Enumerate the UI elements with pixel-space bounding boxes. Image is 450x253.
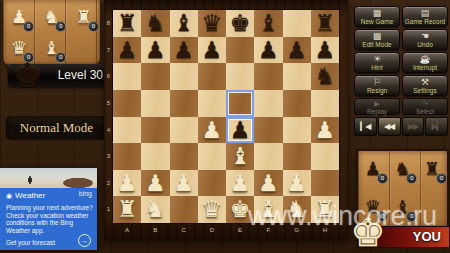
weather-cta-link[interactable]: Get your forecast: [6, 239, 55, 246]
square-e4[interactable]: ♟: [226, 117, 254, 144]
square-a5[interactable]: [113, 90, 141, 117]
button-label: Undo: [403, 41, 447, 49]
settings-button[interactable]: ⚒Settings: [402, 75, 448, 96]
button-label: Settings: [403, 87, 447, 95]
mode-badge: Normal Mode: [6, 116, 107, 139]
square-f4[interactable]: [254, 117, 282, 144]
weather-body-text: Planning your next adventure? Check your…: [6, 204, 97, 234]
step-forward-button[interactable]: ▶▶: [402, 117, 425, 136]
square-c5[interactable]: [170, 90, 198, 117]
weather-photo: [0, 168, 97, 188]
button-label: Game Record: [403, 18, 447, 26]
square-e3[interactable]: ♝: [226, 143, 254, 170]
level-label: Level 30: [58, 68, 103, 82]
piece-black-r: ♜: [113, 10, 141, 36]
capture-count-badge: 0: [23, 21, 34, 32]
button-label: Select: [403, 108, 447, 115]
hint-bulb-icon: ☀: [355, 54, 399, 64]
capture-count-badge: 0: [377, 173, 388, 184]
menu-button-grid: ▦New Game▤Game Record▩Edit Mode☚Undo☀Hin…: [354, 6, 448, 96]
edit-mode-button[interactable]: ▩Edit Mode: [354, 29, 400, 50]
square-c7[interactable]: ♟: [170, 37, 198, 64]
piece-white-p: ♟: [283, 170, 311, 196]
square-a7[interactable]: ♟: [113, 37, 141, 64]
step-back-button[interactable]: ◀◀: [378, 117, 401, 136]
resign-flag-icon: ⚐: [355, 77, 399, 87]
piece-white-p: ♟: [113, 170, 141, 196]
piece-black-n: ♞: [311, 63, 339, 89]
piece-white-n: ♞: [141, 196, 169, 222]
piece-black-r: ♜: [311, 10, 339, 36]
square-d7[interactable]: ♟: [198, 37, 226, 64]
square-b7[interactable]: ♟: [141, 37, 169, 64]
square-g6[interactable]: [283, 63, 311, 90]
square-e6[interactable]: [226, 63, 254, 90]
piece-white-p: ♟: [198, 117, 226, 143]
square-b1[interactable]: ♞: [141, 196, 169, 223]
watermark: www.wincore.ru: [248, 201, 437, 232]
captured-black-pawn: ♟0: [361, 157, 385, 183]
piece-black-k: ♚: [226, 10, 254, 36]
square-d4[interactable]: ♟: [198, 117, 226, 144]
square-g7[interactable]: ♟: [283, 37, 311, 64]
square-a8[interactable]: ♜: [113, 10, 141, 37]
captured-white-pawn: ♟0: [7, 5, 31, 31]
button-label: Hint: [355, 64, 399, 72]
square-e7[interactable]: [226, 37, 254, 64]
square-d5[interactable]: [198, 90, 226, 117]
game-record-button[interactable]: ▤Game Record: [402, 6, 448, 27]
edit-mode-icon: ▩: [355, 31, 399, 41]
square-h7[interactable]: ♟: [311, 37, 339, 64]
square-b3[interactable]: [141, 143, 169, 170]
replay-select-grid: ▶Replay↷Select: [354, 98, 448, 115]
square-b5[interactable]: [141, 90, 169, 117]
undo-hand-icon: ☚: [403, 31, 447, 41]
square-a2[interactable]: ♟: [113, 170, 141, 197]
piece-black-b: ♝: [254, 10, 282, 36]
piece-white-p: ♟: [311, 117, 339, 143]
playback-controls: ▎◀◀◀▶▶▶▎: [354, 117, 448, 136]
piece-black-b: ♝: [170, 10, 198, 36]
settings-tools-icon: ⚒: [403, 77, 447, 87]
hint-button[interactable]: ☀Hint: [354, 52, 400, 73]
square-g4[interactable]: [283, 117, 311, 144]
square-a1[interactable]: ♜: [113, 196, 141, 223]
square-d8[interactable]: ♛: [198, 10, 226, 37]
piece-black-n: ♞: [141, 10, 169, 36]
piece-black-p: ♟: [311, 37, 339, 63]
game-record-icon: ▤: [403, 8, 447, 18]
resign-button[interactable]: ⚐Resign: [354, 75, 400, 96]
go-to-start-button[interactable]: ▎◀: [354, 117, 377, 136]
square-g2[interactable]: ♟: [283, 170, 311, 197]
captured-black-knight: ♞0: [390, 157, 414, 183]
capture-count-badge: 0: [55, 52, 66, 63]
square-d3[interactable]: [198, 143, 226, 170]
mode-label: Normal Mode: [20, 120, 93, 135]
weather-app-name: Weather: [15, 191, 45, 200]
replay-icon: ▶: [355, 100, 399, 108]
square-g8[interactable]: [283, 10, 311, 37]
square-b2[interactable]: ♟: [141, 170, 169, 197]
button-label: Replay: [355, 108, 399, 115]
square-h3[interactable]: [311, 143, 339, 170]
square-f5[interactable]: [254, 90, 282, 117]
square-h4[interactable]: ♟: [311, 117, 339, 144]
piece-black-q: ♛: [198, 10, 226, 36]
square-f3[interactable]: [254, 143, 282, 170]
capture-count-badge: 0: [88, 21, 99, 32]
square-c4[interactable]: [170, 117, 198, 144]
square-b8[interactable]: ♞: [141, 10, 169, 37]
square-b6[interactable]: [141, 63, 169, 90]
captured-white-rook: ♜0: [72, 5, 96, 31]
piece-black-p: ♟: [141, 37, 169, 63]
undo-button[interactable]: ☚Undo: [402, 29, 448, 50]
select-button[interactable]: ↷Select: [402, 98, 448, 115]
square-b4[interactable]: [141, 117, 169, 144]
square-e2[interactable]: ♟: [226, 170, 254, 197]
piece-black-p: ♟: [283, 37, 311, 63]
square-f7[interactable]: ♟: [254, 37, 282, 64]
square-a4[interactable]: [113, 117, 141, 144]
square-f2[interactable]: ♟: [254, 170, 282, 197]
piece-black-p: ♟: [254, 37, 282, 63]
square-c8[interactable]: ♝: [170, 10, 198, 37]
weather-app-icon: ◉: [6, 192, 12, 199]
piece-black-p: ♟: [170, 37, 198, 63]
square-h6[interactable]: ♞: [311, 63, 339, 90]
new-game-icon: ▦: [355, 8, 399, 18]
square-e5[interactable]: [226, 90, 254, 117]
button-label: New Game: [355, 18, 399, 26]
square-c3[interactable]: [170, 143, 198, 170]
square-d6[interactable]: [198, 63, 226, 90]
piece-white-p: ♟: [141, 170, 169, 196]
square-d2[interactable]: [198, 170, 226, 197]
square-g5[interactable]: [283, 90, 311, 117]
square-a6[interactable]: [113, 63, 141, 90]
button-label: Resign: [355, 87, 399, 95]
new-game-button[interactable]: ▦New Game: [354, 6, 400, 27]
square-f6[interactable]: [254, 63, 282, 90]
replay-button[interactable]: ▶Replay: [354, 98, 400, 115]
button-label: Edit Mode: [355, 41, 399, 49]
piece-white-p: ♟: [226, 170, 254, 196]
piece-black-p: ♟: [226, 117, 254, 143]
square-a3[interactable]: [113, 143, 141, 170]
square-f8[interactable]: ♝: [254, 10, 282, 37]
captured-black-rook: ♜0: [420, 157, 444, 183]
square-h5[interactable]: [311, 90, 339, 117]
go-to-end-button[interactable]: ▶▎: [425, 117, 448, 136]
square-c6[interactable]: [170, 63, 198, 90]
square-c2[interactable]: ♟: [170, 170, 198, 197]
square-h2[interactable]: [311, 170, 339, 197]
piece-black-p: ♟: [113, 37, 141, 63]
interrupt-button[interactable]: ☕Interrupt: [402, 52, 448, 73]
select-icon: ↷: [403, 100, 447, 108]
piece-black-p: ♟: [198, 37, 226, 63]
button-label: Interrupt: [403, 64, 447, 72]
captured-white-knight: ♞0: [39, 5, 63, 31]
square-g3[interactable]: [283, 143, 311, 170]
interrupt-jug-icon: ☕: [403, 54, 447, 64]
square-d1[interactable]: ♛: [198, 196, 226, 223]
captured-white-bishop: ♝0: [39, 36, 63, 62]
bing-logo: bing: [79, 190, 92, 197]
weather-arrow-icon[interactable]: →: [78, 234, 91, 247]
piece-white-p: ♟: [254, 170, 282, 196]
piece-white-p: ♟: [170, 170, 198, 196]
piece-white-r: ♜: [113, 196, 141, 222]
opponent-king-icon: ♚: [12, 58, 42, 92]
capture-count-badge: 0: [55, 21, 66, 32]
piece-white-q: ♛: [198, 196, 226, 222]
weather-app-tile[interactable]: ◉Weather bing Planning your next adventu…: [0, 168, 97, 250]
square-e8[interactable]: ♚: [226, 10, 254, 37]
piece-white-b: ♝: [226, 143, 254, 169]
square-c1[interactable]: [170, 196, 198, 223]
capture-count-badge: 0: [406, 173, 417, 184]
chess-board: ♜♞♝♛♚♝♜♟♟♟♟♟♟♟♞♟♟♟♝♟♟♟♟♟♟♜♞♛♚♝♞♜: [113, 10, 339, 223]
weather-header: ◉Weather: [6, 191, 45, 200]
capture-count-badge: 0: [436, 173, 447, 184]
square-h8[interactable]: ♜: [311, 10, 339, 37]
